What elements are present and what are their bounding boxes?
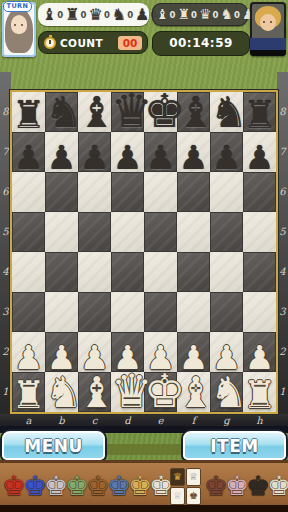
board-squares: ♜♞♝♛♚♝♞♜♟♟♟♟♟♟♟♟♟♟♟♟♟♟♟♟♜♞♝♛♚♝♞♜ (10, 90, 278, 414)
black-pawn-glyph: ♟ (78, 141, 111, 174)
piece-black-knight-g8[interactable]: ♞ (210, 92, 243, 132)
chess-game-screen: TURN ♝0♜0♛0♞0♟0 ♝0♜0♛0♞0♟0 COUNT 00 00:1… (0, 0, 288, 512)
rank-label-2: 2 (277, 332, 288, 372)
white-rook-glyph: ♜ (243, 376, 276, 414)
piece-black-knight-b8[interactable]: ♞ (45, 92, 78, 132)
king-character-blue[interactable]: ♚ (23, 467, 42, 505)
white-queen-glyph: ♛ (111, 368, 144, 414)
opponent-avatar-body (250, 38, 286, 50)
white-knight-glyph: ♞ (210, 372, 243, 414)
grass-shadow-band (106, 444, 184, 455)
captured-rook-icon: ♜ (65, 3, 79, 26)
captured-bishop-count: 0 (170, 10, 176, 20)
rabbit-character-red[interactable]: ♚ (44, 467, 63, 505)
piece-set-pink[interactable]: ♚ (225, 467, 244, 505)
square-f5[interactable] (177, 212, 210, 252)
square-b6[interactable] (45, 172, 78, 212)
white-king-glyph: ♚ (144, 368, 177, 414)
black-pawn-glyph: ♟ (210, 141, 243, 174)
square-g4[interactable] (210, 252, 243, 292)
square-h5[interactable] (243, 212, 276, 252)
black-bishop-glyph: ♝ (177, 92, 210, 134)
piece-set-silver[interactable]: ♚ (149, 467, 168, 505)
count-label: COUNT (60, 37, 103, 49)
captured-queen-count: 0 (213, 10, 219, 20)
white-knight-glyph: ♞ (45, 372, 78, 414)
black-pawn-glyph: ♟ (111, 141, 144, 174)
square-f3[interactable] (177, 292, 210, 332)
black-bishop-glyph: ♝ (78, 92, 111, 134)
rank-label-8: 8 (277, 92, 288, 132)
piece-black-pawn-f7[interactable]: ♟ (177, 132, 210, 172)
opponent-avatar[interactable] (250, 2, 286, 56)
square-b4[interactable] (45, 252, 78, 292)
white-bishop-glyph: ♝ (177, 372, 210, 414)
piece-white-rook-a1[interactable]: ♜ (12, 372, 45, 412)
count-bar: COUNT 00 (38, 31, 148, 54)
black-queen-glyph: ♛ (111, 88, 144, 134)
square-d5[interactable] (111, 212, 144, 252)
square-b5[interactable] (45, 212, 78, 252)
square-c3[interactable] (78, 292, 111, 332)
opponent-avatar-nameplate (250, 50, 286, 56)
square-e5[interactable] (144, 212, 177, 252)
piece-set-ivory[interactable]: ♚ (267, 467, 286, 505)
piece-white-pawn-g2[interactable]: ♟ (210, 332, 243, 372)
black-knight-glyph: ♞ (210, 92, 243, 134)
captured-rook-count: 0 (81, 10, 87, 20)
captured-bishop-icon: ♝ (156, 3, 169, 26)
captured-white-pieces-tray: ♝0♜0♛0♞0♟0 (152, 3, 248, 26)
piece-black-pawn-g7[interactable]: ♟ (210, 132, 243, 172)
piece-black-pawn-a7[interactable]: ♟ (12, 132, 45, 172)
square-g5[interactable] (210, 212, 243, 252)
captured-knight-icon: ♞ (112, 3, 126, 26)
game-timer: 00:14:59 (152, 31, 250, 56)
square-d3[interactable] (111, 292, 144, 332)
captured-queen-icon: ♛ (199, 3, 212, 26)
player-avatar-eyes (14, 24, 16, 26)
square-a6[interactable] (12, 172, 45, 212)
item-button[interactable]: ITEM (183, 431, 286, 460)
square-e6[interactable] (144, 172, 177, 212)
square-c6[interactable] (78, 172, 111, 212)
piece-white-knight-b1[interactable]: ♞ (45, 372, 78, 412)
square-h3[interactable] (243, 292, 276, 332)
king-character-red[interactable]: ♚ (2, 467, 21, 505)
piece-black-pawn-e7[interactable]: ♟ (144, 132, 177, 172)
doll-character-brown[interactable]: ♚ (86, 467, 105, 505)
square-e4[interactable] (144, 252, 177, 292)
square-e3[interactable] (144, 292, 177, 332)
captured-black-pieces-tray: ♝0♜0♛0♞0♟0 (38, 3, 149, 26)
rank-label-6: 6 (277, 172, 288, 212)
captured-pawn-icon: ♟ (135, 3, 149, 26)
captured-bishop-icon: ♝ (42, 3, 56, 26)
square-f4[interactable] (177, 252, 210, 292)
rank-label-1: 1 (277, 372, 288, 412)
black-pawn-glyph: ♟ (12, 141, 45, 174)
captured-queen-count: 0 (104, 10, 110, 20)
piece-black-pawn-h7[interactable]: ♟ (243, 132, 276, 172)
piece-white-pawn-a2[interactable]: ♟ (12, 332, 45, 372)
card-piece-set[interactable]: ♛♕♕♚ (170, 467, 202, 505)
card-piece-set-card-2: ♕ (186, 468, 201, 486)
piece-set-gold[interactable]: ♚ (128, 467, 147, 505)
black-pawn-glyph: ♟ (243, 141, 276, 174)
rank-label-7: 7 (277, 132, 288, 172)
piece-set-black[interactable]: ♚ (246, 467, 265, 505)
opponent-avatar-eyes (263, 21, 265, 23)
piece-black-rook-h8[interactable]: ♜ (243, 92, 276, 132)
card-piece-set-card-1: ♛ (170, 468, 185, 486)
piece-theme-tray: ♚♚♚♚♚♚♚♚♛♕♕♚♚♚♚♚ (0, 460, 288, 512)
square-a4[interactable] (12, 252, 45, 292)
piece-black-queen-d8[interactable]: ♛ (111, 92, 144, 132)
piece-set-ivory-glyph: ♚ (267, 470, 288, 501)
captured-rook-count: 0 (191, 10, 197, 20)
doll-character-blue[interactable]: ♚ (107, 467, 126, 505)
piece-white-pawn-h2[interactable]: ♟ (243, 332, 276, 372)
piece-white-bishop-f1[interactable]: ♝ (177, 372, 210, 412)
square-a3[interactable] (12, 292, 45, 332)
square-h4[interactable] (243, 252, 276, 292)
black-king-glyph: ♚ (144, 88, 177, 134)
black-pawn-glyph: ♟ (177, 141, 210, 174)
piece-white-pawn-c2[interactable]: ♟ (78, 332, 111, 372)
square-a5[interactable] (12, 212, 45, 252)
piece-black-pawn-b7[interactable]: ♟ (45, 132, 78, 172)
piece-black-rook-a8[interactable]: ♜ (12, 92, 45, 132)
captured-bishop-count: 0 (57, 10, 63, 20)
black-rook-glyph: ♜ (12, 96, 45, 134)
turn-badge: TURN (3, 1, 32, 12)
square-c4[interactable] (78, 252, 111, 292)
captured-queen-icon: ♛ (89, 3, 103, 26)
square-d4[interactable] (111, 252, 144, 292)
black-rook-glyph: ♜ (243, 96, 276, 134)
piece-set-maroon[interactable]: ♚ (204, 467, 223, 505)
square-f6[interactable] (177, 172, 210, 212)
piece-white-knight-g1[interactable]: ♞ (210, 372, 243, 412)
captured-knight-icon: ♞ (220, 3, 233, 26)
square-b3[interactable] (45, 292, 78, 332)
rank-label-5: 5 (277, 212, 288, 252)
square-d6[interactable] (111, 172, 144, 212)
card-piece-set-card-4: ♚ (186, 487, 201, 505)
black-pawn-glyph: ♟ (45, 141, 78, 174)
rank-label-4: 4 (277, 252, 288, 292)
square-c5[interactable] (78, 212, 111, 252)
piece-white-bishop-c1[interactable]: ♝ (78, 372, 111, 412)
stopwatch-icon (44, 37, 56, 49)
square-h6[interactable] (243, 172, 276, 212)
piece-black-bishop-c8[interactable]: ♝ (78, 92, 111, 132)
piece-white-queen-d1[interactable]: ♛ (111, 372, 144, 412)
white-bishop-glyph: ♝ (78, 372, 111, 414)
captured-knight-count: 0 (127, 10, 133, 20)
square-g6[interactable] (210, 172, 243, 212)
piece-black-king-e8[interactable]: ♚ (144, 92, 177, 132)
piece-black-pawn-c7[interactable]: ♟ (78, 132, 111, 172)
square-g3[interactable] (210, 292, 243, 332)
rank-label-3: 3 (277, 292, 288, 332)
rabbit-character-green[interactable]: ♚ (65, 467, 84, 505)
white-pawn-glyph: ♟ (12, 341, 45, 374)
piece-black-bishop-f8[interactable]: ♝ (177, 92, 210, 132)
piece-white-rook-h1[interactable]: ♜ (243, 372, 276, 412)
captured-knight-count: 0 (234, 10, 240, 20)
black-knight-glyph: ♞ (45, 92, 78, 134)
captured-rook-icon: ♜ (177, 3, 190, 26)
piece-white-king-e1[interactable]: ♚ (144, 372, 177, 412)
black-pawn-glyph: ♟ (144, 141, 177, 174)
rank-labels-right: 87654321 (277, 72, 288, 430)
white-pawn-glyph: ♟ (243, 341, 276, 374)
chess-board: 87654321 87654321 abcdefgh ♜♞♝♛♚♝♞♜♟♟♟♟♟… (0, 72, 288, 430)
card-piece-set-card-3: ♕ (170, 487, 185, 505)
count-value: 00 (118, 36, 142, 50)
menu-button[interactable]: MENU (2, 431, 105, 460)
white-rook-glyph: ♜ (12, 376, 45, 414)
piece-white-pawn-b2[interactable]: ♟ (45, 332, 78, 372)
piece-black-pawn-d7[interactable]: ♟ (111, 132, 144, 172)
